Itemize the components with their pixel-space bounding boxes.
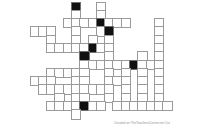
grid-gap	[163, 61, 171, 69]
grid-gap	[47, 52, 55, 60]
white-cell-r5c2[interactable]	[47, 44, 55, 52]
grid-gap	[47, 3, 55, 11]
crossword-page: Created on TheTeachersCorner.net Crosswo…	[0, 0, 200, 135]
white-cell-r10c2[interactable]	[47, 85, 55, 93]
grid-gap	[163, 3, 171, 11]
white-cell-r8c9[interactable]	[105, 69, 113, 77]
white-cell-r11c5[interactable]	[72, 94, 80, 102]
white-cell-r8c2[interactable]	[47, 69, 55, 77]
grid-gap	[155, 3, 163, 11]
white-cell-r10c3[interactable]	[55, 85, 63, 93]
grid-gap	[147, 27, 155, 35]
grid-gap	[31, 110, 39, 118]
grid-gap	[155, 11, 163, 19]
black-cell-r0c5	[72, 3, 80, 11]
black-cell-r5c7	[89, 44, 97, 52]
white-cell-r10c4[interactable]	[64, 85, 72, 93]
crossword-grid	[31, 3, 172, 119]
grid-gap	[138, 19, 146, 27]
white-cell-r8c4[interactable]	[64, 69, 72, 77]
white-cell-r10c8[interactable]	[97, 85, 105, 93]
grid-gap	[55, 52, 63, 60]
white-cell-r3c8[interactable]	[97, 27, 105, 35]
white-cell-r1c5[interactable]	[72, 11, 80, 19]
grid-gap	[64, 94, 72, 102]
white-cell-r10c9[interactable]	[105, 85, 113, 93]
white-cell-r7c14[interactable]	[147, 61, 155, 69]
white-cell-r3c0[interactable]	[31, 27, 39, 35]
grid-gap	[113, 11, 121, 19]
white-cell-r5c4[interactable]	[64, 44, 72, 52]
grid-gap	[122, 11, 130, 19]
white-cell-r10c6[interactable]	[80, 85, 88, 93]
grid-gap	[80, 3, 88, 11]
grid-gap	[64, 27, 72, 35]
grid-gap	[130, 36, 138, 44]
grid-gap	[105, 110, 113, 118]
grid-gap	[163, 77, 171, 85]
grid-gap	[39, 3, 47, 11]
white-cell-r8c5[interactable]	[72, 69, 80, 77]
grid-gap	[55, 27, 63, 35]
grid-gap	[163, 94, 171, 102]
grid-gap	[163, 44, 171, 52]
white-cell-r9c5[interactable]	[72, 77, 80, 85]
grid-gap	[64, 52, 72, 60]
grid-gap	[163, 52, 171, 60]
white-cell-r3c2[interactable]	[47, 27, 55, 35]
white-cell-r10c15[interactable]	[155, 85, 163, 93]
white-cell-r9c10[interactable]	[113, 77, 121, 85]
white-cell-r8c3[interactable]	[55, 69, 63, 77]
white-cell-r12c8[interactable]	[97, 102, 105, 110]
white-cell-r3c15[interactable]	[155, 27, 163, 35]
grid-gap	[97, 36, 105, 44]
grid-gap	[47, 11, 55, 19]
black-cell-r12c6	[80, 102, 88, 110]
grid-gap	[39, 110, 47, 118]
white-cell-r5c9[interactable]	[105, 44, 113, 52]
white-cell-r4c5[interactable]	[72, 36, 80, 44]
white-cell-r5c6[interactable]	[80, 44, 88, 52]
white-cell-r12c10[interactable]	[113, 102, 121, 110]
grid-gap	[55, 19, 63, 27]
white-cell-r12c4[interactable]	[64, 102, 72, 110]
grid-gap	[97, 94, 105, 102]
grid-gap	[113, 85, 121, 93]
grid-gap	[122, 36, 130, 44]
grid-gap	[147, 11, 155, 19]
grid-gap	[147, 36, 155, 44]
white-cell-r7c11[interactable]	[122, 61, 130, 69]
grid-gap	[113, 3, 121, 11]
white-cell-r11c3[interactable]	[55, 94, 63, 102]
grid-gap	[55, 36, 63, 44]
grid-gap	[163, 69, 171, 77]
grid-gap	[80, 36, 88, 44]
grid-gap	[130, 52, 138, 60]
white-cell-r8c6[interactable]	[80, 69, 88, 77]
grid-gap	[31, 36, 39, 44]
grid-gap	[147, 52, 155, 60]
white-cell-r2c4[interactable]	[64, 19, 72, 27]
white-cell-r7c9[interactable]	[105, 61, 113, 69]
white-cell-r2c6[interactable]	[80, 19, 88, 27]
grid-gap	[89, 77, 97, 85]
white-cell-r10c1[interactable]	[39, 85, 47, 93]
grid-gap	[39, 19, 47, 27]
grid-gap	[122, 110, 130, 118]
white-cell-r4c15[interactable]	[155, 36, 163, 44]
white-cell-r12c14[interactable]	[147, 102, 155, 110]
white-cell-r2c5[interactable]	[72, 19, 80, 27]
grid-gap	[113, 27, 121, 35]
grid-gap	[130, 94, 138, 102]
grid-gap	[39, 102, 47, 110]
white-cell-r9c13[interactable]	[138, 77, 146, 85]
grid-gap	[105, 11, 113, 19]
grid-gap	[163, 110, 171, 118]
grid-gap	[64, 110, 72, 118]
white-cell-r12c2[interactable]	[47, 102, 55, 110]
grid-gap	[47, 19, 55, 27]
grid-gap	[163, 36, 171, 44]
grid-gap	[97, 110, 105, 118]
grid-gap	[31, 61, 39, 69]
black-cell-r6c6	[80, 52, 88, 60]
grid-gap	[122, 52, 130, 60]
grid-gap	[80, 27, 88, 35]
white-cell-r5c5[interactable]	[72, 44, 80, 52]
grid-gap	[39, 36, 47, 44]
white-cell-r5c3[interactable]	[55, 44, 63, 52]
grid-gap	[97, 69, 105, 77]
white-cell-r5c15[interactable]	[155, 44, 163, 52]
grid-gap	[31, 85, 39, 93]
grid-gap	[147, 110, 155, 118]
white-cell-r8c11[interactable]	[122, 69, 130, 77]
white-cell-r9c1[interactable]	[39, 77, 47, 85]
white-cell-r9c11[interactable]	[122, 77, 130, 85]
white-cell-r4c9[interactable]	[105, 36, 113, 44]
grid-gap	[31, 11, 39, 19]
black-cell-r7c12	[130, 61, 138, 69]
grid-gap	[64, 11, 72, 19]
grid-gap	[105, 3, 113, 11]
grid-gap	[130, 11, 138, 19]
white-cell-r6c15[interactable]	[155, 52, 163, 60]
grid-gap	[55, 3, 63, 11]
grid-gap	[147, 19, 155, 27]
grid-gap	[55, 11, 63, 19]
white-cell-r2c11[interactable]	[122, 19, 130, 27]
grid-gap	[89, 3, 97, 11]
grid-gap	[89, 69, 97, 77]
white-cell-r13c5[interactable]	[72, 110, 80, 118]
white-cell-r7c15[interactable]	[155, 61, 163, 69]
white-cell-r9c9[interactable]	[105, 77, 113, 85]
grid-gap	[31, 44, 39, 52]
black-cell-r2c8	[97, 19, 105, 27]
white-cell-r12c12[interactable]	[130, 102, 138, 110]
grid-gap	[72, 61, 80, 69]
grid-gap	[55, 61, 63, 69]
watermark-text: Created on TheTeachersCorner.net Crosswo…	[114, 121, 170, 125]
white-cell-r12c15[interactable]	[155, 102, 163, 110]
white-cell-r7c10[interactable]	[113, 61, 121, 69]
white-cell-r2c7[interactable]	[89, 19, 97, 27]
grid-gap	[55, 110, 63, 118]
grid-gap	[89, 27, 97, 35]
grid-gap	[97, 77, 105, 85]
white-cell-r9c15[interactable]	[155, 77, 163, 85]
grid-gap	[47, 94, 55, 102]
white-cell-r2c15[interactable]	[155, 19, 163, 27]
grid-gap	[155, 110, 163, 118]
grid-gap	[89, 110, 97, 118]
grid-gap	[64, 3, 72, 11]
grid-gap	[72, 52, 80, 60]
grid-gap	[147, 44, 155, 52]
grid-gap	[147, 3, 155, 11]
grid-gap	[89, 11, 97, 19]
grid-gap	[31, 19, 39, 27]
grid-gap	[97, 52, 105, 60]
white-cell-r11c11[interactable]	[122, 94, 130, 102]
grid-gap	[80, 110, 88, 118]
grid-gap	[113, 110, 121, 118]
white-cell-r12c7[interactable]	[89, 102, 97, 110]
grid-gap	[113, 52, 121, 60]
grid-gap	[39, 11, 47, 19]
white-cell-r6c9[interactable]	[105, 52, 113, 60]
grid-gap	[130, 69, 138, 77]
grid-gap	[147, 77, 155, 85]
white-cell-r4c7[interactable]	[89, 36, 97, 44]
white-cell-r12c3[interactable]	[55, 102, 63, 110]
grid-gap	[163, 27, 171, 35]
white-cell-r11c6[interactable]	[80, 94, 88, 102]
grid-gap	[39, 94, 47, 102]
white-cell-r6c13[interactable]	[138, 52, 146, 60]
white-cell-r2c10[interactable]	[113, 19, 121, 27]
white-cell-r10c7[interactable]	[89, 85, 97, 93]
grid-gap	[80, 11, 88, 19]
white-cell-r12c5[interactable]	[72, 102, 80, 110]
white-cell-r3c5[interactable]	[72, 27, 80, 35]
white-cell-r9c6[interactable]	[80, 77, 88, 85]
white-cell-r4c2[interactable]	[47, 36, 55, 44]
grid-gap	[113, 44, 121, 52]
white-cell-r11c13[interactable]	[138, 94, 146, 102]
grid-gap	[89, 52, 97, 60]
grid-gap	[130, 110, 138, 118]
grid-gap	[39, 69, 47, 77]
grid-gap	[147, 69, 155, 77]
grid-gap	[113, 36, 121, 44]
grid-gap	[31, 69, 39, 77]
white-cell-r11c9[interactable]	[105, 94, 113, 102]
white-cell-r12c13[interactable]	[138, 102, 146, 110]
grid-gap	[39, 52, 47, 60]
grid-gap	[47, 110, 55, 118]
white-cell-r3c1[interactable]	[39, 27, 47, 35]
grid-gap	[138, 11, 146, 19]
grid-gap	[47, 61, 55, 69]
grid-gap	[31, 52, 39, 60]
white-cell-r7c6[interactable]	[80, 61, 88, 69]
grid-gap	[64, 77, 72, 85]
grid-gap	[55, 77, 63, 85]
grid-gap	[138, 110, 146, 118]
grid-gap	[138, 27, 146, 35]
grid-gap	[138, 3, 146, 11]
grid-gap	[130, 19, 138, 27]
white-cell-r10c13[interactable]	[138, 85, 146, 93]
white-cell-r2c9[interactable]	[105, 19, 113, 27]
grid-gap	[130, 27, 138, 35]
grid-gap	[138, 44, 146, 52]
grid-gap	[31, 94, 39, 102]
white-cell-r0c8[interactable]	[97, 3, 105, 11]
grid-gap	[163, 85, 171, 93]
grid-gap	[130, 3, 138, 11]
white-cell-r7c7[interactable]	[89, 61, 97, 69]
grid-gap	[147, 94, 155, 102]
grid-gap	[39, 61, 47, 69]
white-cell-r9c0[interactable]	[31, 77, 39, 85]
white-cell-r12c11[interactable]	[122, 102, 130, 110]
grid-gap	[31, 102, 39, 110]
white-cell-r1c8[interactable]	[97, 11, 105, 19]
grid-gap	[163, 11, 171, 19]
white-cell-r7c13[interactable]	[138, 61, 146, 69]
grid-gap	[130, 44, 138, 52]
grid-gap	[122, 27, 130, 35]
grid-gap	[147, 85, 155, 93]
white-cell-r12c16[interactable]	[163, 102, 171, 110]
grid-gap	[39, 44, 47, 52]
white-cell-r9c2[interactable]	[47, 77, 55, 85]
white-cell-r10c11[interactable]	[122, 85, 130, 93]
grid-gap	[64, 36, 72, 44]
grid-gap	[163, 19, 171, 27]
grid-gap	[122, 44, 130, 52]
grid-gap	[31, 3, 39, 11]
white-cell-r8c13[interactable]	[138, 69, 146, 77]
grid-gap	[122, 3, 130, 11]
grid-gap	[130, 77, 138, 85]
white-cell-r7c8[interactable]	[97, 61, 105, 69]
black-cell-r3c9	[105, 27, 113, 35]
white-cell-r10c5[interactable]	[72, 85, 80, 93]
grid-gap	[113, 94, 121, 102]
white-cell-r5c8[interactable]	[97, 44, 105, 52]
grid-gap	[64, 61, 72, 69]
grid-gap	[89, 94, 97, 102]
white-cell-r8c15[interactable]	[155, 69, 163, 77]
white-cell-r11c15[interactable]	[155, 94, 163, 102]
grid-gap	[130, 85, 138, 93]
grid-gap	[113, 69, 121, 77]
grid-gap	[105, 102, 113, 110]
grid-gap	[138, 36, 146, 44]
